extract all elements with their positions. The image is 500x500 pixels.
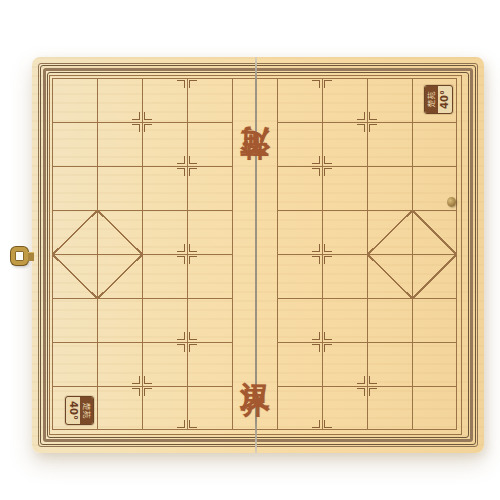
grid-cell[interactable]	[142, 122, 187, 166]
grid-cell[interactable]	[52, 298, 97, 342]
clasp-tab	[28, 252, 34, 261]
grid-cell[interactable]	[142, 78, 187, 122]
grid-cell[interactable]	[52, 78, 97, 122]
grid-cell[interactable]	[277, 386, 322, 430]
grid-cell[interactable]	[277, 298, 322, 342]
grid-cell[interactable]	[412, 342, 457, 386]
river-label-han-jie: 汉界	[236, 322, 274, 406]
grid-cell[interactable]	[187, 122, 232, 166]
size-stamp-bottom-left: 楚苑 40°	[65, 396, 94, 425]
grid-cell[interactable]	[322, 166, 367, 210]
river-label-chu-he: 楚河	[236, 138, 274, 222]
grid-cell[interactable]	[142, 166, 187, 210]
grid-cell[interactable]	[97, 122, 142, 166]
grid-cell[interactable]	[367, 122, 412, 166]
grid-cell[interactable]	[412, 122, 457, 166]
product-photo-stage: 楚河 汉界 楚苑 40° 楚苑 40°	[0, 0, 500, 500]
grid-cell[interactable]	[187, 78, 232, 122]
grid-cell[interactable]	[367, 386, 412, 430]
grid-cell[interactable]	[142, 210, 187, 254]
grid-cell[interactable]	[142, 298, 187, 342]
grid-cell[interactable]	[52, 210, 97, 254]
grid-cell[interactable]	[322, 298, 367, 342]
grid-cell[interactable]	[367, 166, 412, 210]
grid-cell[interactable]	[187, 254, 232, 298]
grid-cell[interactable]	[52, 254, 97, 298]
grid-cell[interactable]	[277, 78, 322, 122]
grid-cell[interactable]	[97, 254, 142, 298]
grid-cell[interactable]	[322, 386, 367, 430]
grid-cell[interactable]	[367, 210, 412, 254]
grid-cell[interactable]	[142, 254, 187, 298]
grid-cell[interactable]	[142, 342, 187, 386]
grid-cell[interactable]	[277, 210, 322, 254]
grid-cell[interactable]	[97, 166, 142, 210]
grid-cell[interactable]	[97, 210, 142, 254]
grid-cell[interactable]	[187, 210, 232, 254]
brass-clasp[interactable]	[11, 246, 32, 267]
grid-cell[interactable]	[412, 210, 457, 254]
grid-cell[interactable]	[97, 298, 142, 342]
grid-cell[interactable]	[52, 122, 97, 166]
grid-cell[interactable]	[187, 386, 232, 430]
grid-cell[interactable]	[97, 78, 142, 122]
grid-cell[interactable]	[187, 298, 232, 342]
grid-cell[interactable]	[322, 210, 367, 254]
grid-cell[interactable]	[52, 166, 97, 210]
grid-cell[interactable]	[367, 342, 412, 386]
grid-cell[interactable]	[187, 166, 232, 210]
clasp-ring	[11, 247, 28, 265]
grid-cell[interactable]	[322, 78, 367, 122]
grid-cell[interactable]	[367, 254, 412, 298]
grid-cell[interactable]	[142, 386, 187, 430]
stamp-size-text: 40°	[438, 86, 452, 113]
grid-cell[interactable]	[97, 342, 142, 386]
size-stamp-top-right: 楚苑 40°	[424, 85, 453, 114]
grid-cell[interactable]	[187, 342, 232, 386]
grid-cell[interactable]	[367, 78, 412, 122]
grid-cell[interactable]	[412, 386, 457, 430]
grid-cell[interactable]	[322, 342, 367, 386]
stamp-brand-text: 楚苑	[425, 86, 438, 113]
grid-cell[interactable]	[277, 342, 322, 386]
grid-cell[interactable]	[367, 298, 412, 342]
grid-cell[interactable]	[277, 254, 322, 298]
grid-cell[interactable]	[97, 386, 142, 430]
grid-cell[interactable]	[322, 254, 367, 298]
stamp-brand-text: 楚苑	[80, 397, 93, 424]
grid-cell[interactable]	[52, 342, 97, 386]
xiangqi-board: 楚河 汉界 楚苑 40° 楚苑 40°	[32, 57, 484, 453]
grid-cell[interactable]	[277, 122, 322, 166]
stamp-size-text: 40°	[66, 397, 80, 424]
grid-cell[interactable]	[277, 166, 322, 210]
grid-cell[interactable]	[322, 122, 367, 166]
grid-cell[interactable]	[412, 254, 457, 298]
brass-knob-right-edge	[447, 197, 456, 207]
grid-cell[interactable]	[412, 298, 457, 342]
